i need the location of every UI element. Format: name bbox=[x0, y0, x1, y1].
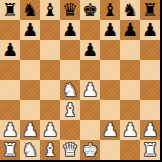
square-d7[interactable]: ♟ bbox=[60, 20, 80, 40]
square-g4[interactable] bbox=[120, 80, 140, 100]
piece-white-knight: ♞ bbox=[62, 80, 78, 100]
square-e3[interactable] bbox=[80, 100, 100, 120]
square-h1[interactable]: ♜ bbox=[140, 140, 160, 160]
square-h3[interactable] bbox=[140, 100, 160, 120]
square-a7[interactable] bbox=[0, 20, 20, 40]
chess-board: ♜♞♝♛♚♝♞♜♟♟♟♟♟♟♟♞♟♝♟♟♟♟♟♟♜♞♝♛♚♜ bbox=[0, 0, 162, 162]
square-g6[interactable] bbox=[120, 40, 140, 60]
piece-black-pawn: ♟ bbox=[122, 20, 138, 40]
square-d2[interactable] bbox=[60, 120, 80, 140]
square-d6[interactable] bbox=[60, 40, 80, 60]
square-b2[interactable]: ♟ bbox=[20, 120, 40, 140]
piece-black-pawn: ♟ bbox=[22, 20, 38, 40]
square-d3[interactable]: ♝ bbox=[60, 100, 80, 120]
square-h8[interactable]: ♜ bbox=[140, 0, 160, 20]
square-f7[interactable]: ♟ bbox=[100, 20, 120, 40]
square-h4[interactable] bbox=[140, 80, 160, 100]
piece-white-pawn: ♟ bbox=[102, 120, 118, 140]
square-g8[interactable]: ♞ bbox=[120, 0, 140, 20]
piece-black-rook: ♜ bbox=[2, 0, 18, 20]
square-g2[interactable]: ♟ bbox=[120, 120, 140, 140]
square-f5[interactable] bbox=[100, 60, 120, 80]
piece-black-pawn: ♟ bbox=[2, 40, 18, 60]
piece-black-bishop: ♝ bbox=[42, 0, 58, 20]
piece-white-bishop: ♝ bbox=[42, 140, 58, 160]
square-g7[interactable]: ♟ bbox=[120, 20, 140, 40]
piece-white-queen: ♛ bbox=[62, 140, 78, 160]
square-c7[interactable] bbox=[40, 20, 60, 40]
piece-white-pawn: ♟ bbox=[142, 120, 158, 140]
square-d4[interactable]: ♞ bbox=[60, 80, 80, 100]
piece-black-pawn: ♟ bbox=[142, 20, 158, 40]
square-c3[interactable] bbox=[40, 100, 60, 120]
piece-white-knight: ♞ bbox=[22, 140, 38, 160]
square-f3[interactable] bbox=[100, 100, 120, 120]
square-b8[interactable]: ♞ bbox=[20, 0, 40, 20]
piece-white-king: ♚ bbox=[82, 140, 98, 160]
square-a5[interactable] bbox=[0, 60, 20, 80]
square-e5[interactable] bbox=[80, 60, 100, 80]
piece-black-bishop: ♝ bbox=[102, 0, 118, 20]
piece-white-rook: ♜ bbox=[2, 140, 18, 160]
square-f6[interactable] bbox=[100, 40, 120, 60]
square-f8[interactable]: ♝ bbox=[100, 0, 120, 20]
square-f4[interactable] bbox=[100, 80, 120, 100]
square-d1[interactable]: ♛ bbox=[60, 140, 80, 160]
square-c8[interactable]: ♝ bbox=[40, 0, 60, 20]
piece-black-rook: ♜ bbox=[142, 0, 158, 20]
square-a2[interactable]: ♟ bbox=[0, 120, 20, 140]
square-h6[interactable] bbox=[140, 40, 160, 60]
square-f2[interactable]: ♟ bbox=[100, 120, 120, 140]
square-a4[interactable] bbox=[0, 80, 20, 100]
square-a3[interactable] bbox=[0, 100, 20, 120]
piece-white-pawn: ♟ bbox=[22, 120, 38, 140]
piece-black-queen: ♛ bbox=[62, 0, 78, 20]
square-c5[interactable] bbox=[40, 60, 60, 80]
square-e2[interactable] bbox=[80, 120, 100, 140]
square-d8[interactable]: ♛ bbox=[60, 0, 80, 20]
square-f1[interactable] bbox=[100, 140, 120, 160]
piece-white-rook: ♜ bbox=[142, 140, 158, 160]
square-b7[interactable]: ♟ bbox=[20, 20, 40, 40]
square-g5[interactable] bbox=[120, 60, 140, 80]
piece-white-pawn: ♟ bbox=[82, 80, 98, 100]
piece-black-pawn: ♟ bbox=[102, 20, 118, 40]
square-e7[interactable] bbox=[80, 20, 100, 40]
square-e8[interactable]: ♚ bbox=[80, 0, 100, 20]
square-h5[interactable] bbox=[140, 60, 160, 80]
piece-white-bishop: ♝ bbox=[62, 100, 78, 120]
square-c1[interactable]: ♝ bbox=[40, 140, 60, 160]
square-e6[interactable]: ♟ bbox=[80, 40, 100, 60]
square-a6[interactable]: ♟ bbox=[0, 40, 20, 60]
square-c4[interactable] bbox=[40, 80, 60, 100]
square-a1[interactable]: ♜ bbox=[0, 140, 20, 160]
square-g1[interactable] bbox=[120, 140, 140, 160]
square-c2[interactable]: ♟ bbox=[40, 120, 60, 140]
piece-black-knight: ♞ bbox=[22, 0, 38, 20]
piece-black-king: ♚ bbox=[82, 0, 98, 20]
square-b4[interactable] bbox=[20, 80, 40, 100]
square-b3[interactable] bbox=[20, 100, 40, 120]
square-d5[interactable] bbox=[60, 60, 80, 80]
square-c6[interactable] bbox=[40, 40, 60, 60]
square-b5[interactable] bbox=[20, 60, 40, 80]
square-b6[interactable] bbox=[20, 40, 40, 60]
square-h7[interactable]: ♟ bbox=[140, 20, 160, 40]
square-h2[interactable]: ♟ bbox=[140, 120, 160, 140]
square-b1[interactable]: ♞ bbox=[20, 140, 40, 160]
piece-white-pawn: ♟ bbox=[42, 120, 58, 140]
square-g3[interactable] bbox=[120, 100, 140, 120]
square-e1[interactable]: ♚ bbox=[80, 140, 100, 160]
piece-black-knight: ♞ bbox=[122, 0, 138, 20]
piece-black-pawn: ♟ bbox=[62, 20, 78, 40]
piece-white-pawn: ♟ bbox=[122, 120, 138, 140]
piece-black-pawn: ♟ bbox=[82, 40, 98, 60]
piece-white-pawn: ♟ bbox=[2, 120, 18, 140]
square-a8[interactable]: ♜ bbox=[0, 0, 20, 20]
square-e4[interactable]: ♟ bbox=[80, 80, 100, 100]
